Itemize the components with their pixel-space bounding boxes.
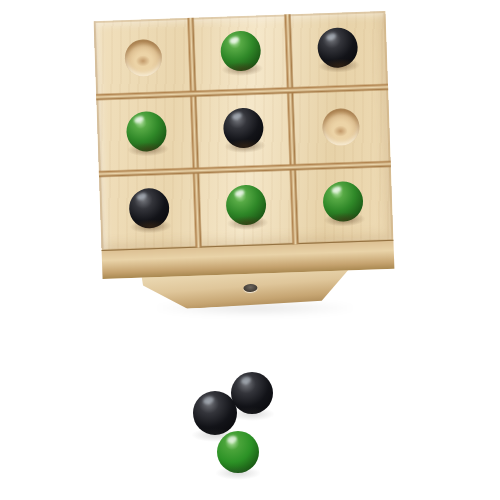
- cell-r3c2[interactable]: [196, 168, 296, 248]
- marble-black[interactable]: [128, 187, 169, 228]
- photo-scene: [0, 0, 500, 500]
- dimple: [124, 39, 162, 77]
- drawer-finger-hole: [243, 283, 257, 292]
- marble-green[interactable]: [225, 184, 266, 225]
- board-cells: [94, 11, 394, 251]
- loose-marble-black-2[interactable]: [193, 391, 237, 435]
- cell-r2c1[interactable]: [96, 94, 196, 174]
- loose-marble-green-1[interactable]: [217, 431, 259, 473]
- cell-r1c3[interactable]: [288, 11, 388, 91]
- cell-r3c3[interactable]: [293, 164, 393, 244]
- tictactoe-board: [94, 11, 395, 279]
- marble-green[interactable]: [323, 181, 364, 222]
- cell-r1c1[interactable]: [94, 18, 194, 98]
- cell-r2c2[interactable]: [194, 91, 294, 171]
- cell-r1c2[interactable]: [191, 14, 291, 94]
- loose-marble-black-1[interactable]: [231, 372, 273, 414]
- marble-black[interactable]: [317, 27, 358, 68]
- dimple: [322, 108, 360, 146]
- marble-green[interactable]: [220, 31, 261, 72]
- marble-black[interactable]: [223, 107, 264, 148]
- cell-r3c1[interactable]: [99, 171, 199, 251]
- cell-r2c3[interactable]: [291, 88, 391, 168]
- marble-green[interactable]: [125, 111, 166, 152]
